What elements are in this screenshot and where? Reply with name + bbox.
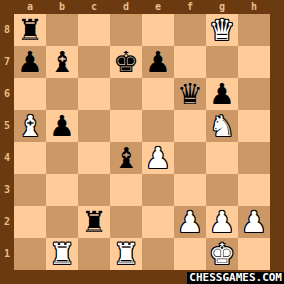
black-king-d7: ♚ xyxy=(113,46,139,78)
square-h6[interactable] xyxy=(238,78,270,110)
square-c7[interactable] xyxy=(78,46,110,78)
chess-board: ♜♛♟♝♚♟♛♟♝♟♞♝♟♜♟♟♟♜♜♚ xyxy=(14,14,270,270)
square-h4[interactable] xyxy=(238,142,270,174)
white-pawn-g2: ♟ xyxy=(209,206,235,238)
black-pawn-a7: ♟ xyxy=(17,46,43,78)
square-g4[interactable] xyxy=(206,142,238,174)
square-d6[interactable] xyxy=(110,78,142,110)
square-a7[interactable]: ♟ xyxy=(14,46,46,78)
square-e6[interactable] xyxy=(142,78,174,110)
square-c8[interactable] xyxy=(78,14,110,46)
square-a1[interactable] xyxy=(14,238,46,270)
square-e2[interactable] xyxy=(142,206,174,238)
square-d1[interactable]: ♜ xyxy=(110,238,142,270)
square-a2[interactable] xyxy=(14,206,46,238)
square-c4[interactable] xyxy=(78,142,110,174)
square-b5[interactable]: ♟ xyxy=(46,110,78,142)
rank-label-7: 7 xyxy=(0,46,14,78)
square-a8[interactable]: ♜ xyxy=(14,14,46,46)
square-h8[interactable] xyxy=(238,14,270,46)
square-b8[interactable] xyxy=(46,14,78,46)
square-g6[interactable]: ♟ xyxy=(206,78,238,110)
square-g3[interactable] xyxy=(206,174,238,206)
square-d5[interactable] xyxy=(110,110,142,142)
square-d2[interactable] xyxy=(110,206,142,238)
square-c1[interactable] xyxy=(78,238,110,270)
square-b3[interactable] xyxy=(46,174,78,206)
square-d8[interactable] xyxy=(110,14,142,46)
white-queen-g8: ♛ xyxy=(209,14,235,46)
square-f5[interactable] xyxy=(174,110,206,142)
square-h5[interactable] xyxy=(238,110,270,142)
square-g7[interactable] xyxy=(206,46,238,78)
square-e7[interactable]: ♟ xyxy=(142,46,174,78)
square-d7[interactable]: ♚ xyxy=(110,46,142,78)
black-bishop-d4: ♝ xyxy=(113,142,139,174)
square-a4[interactable] xyxy=(14,142,46,174)
white-knight-g5: ♞ xyxy=(209,110,235,142)
square-c3[interactable] xyxy=(78,174,110,206)
square-f2[interactable]: ♟ xyxy=(174,206,206,238)
square-f4[interactable] xyxy=(174,142,206,174)
square-d4[interactable]: ♝ xyxy=(110,142,142,174)
white-rook-b1: ♜ xyxy=(49,238,75,270)
square-g1[interactable]: ♚ xyxy=(206,238,238,270)
square-g8[interactable]: ♛ xyxy=(206,14,238,46)
square-c6[interactable] xyxy=(78,78,110,110)
square-h1[interactable] xyxy=(238,238,270,270)
square-h3[interactable] xyxy=(238,174,270,206)
file-label-c: c xyxy=(78,0,110,14)
white-pawn-f2: ♟ xyxy=(177,206,203,238)
file-labels: abcdefgh xyxy=(14,0,270,14)
square-d3[interactable] xyxy=(110,174,142,206)
square-a5[interactable]: ♝ xyxy=(14,110,46,142)
rank-label-1: 1 xyxy=(0,238,14,270)
square-f6[interactable]: ♛ xyxy=(174,78,206,110)
square-h2[interactable]: ♟ xyxy=(238,206,270,238)
rank-label-6: 6 xyxy=(0,78,14,110)
square-e3[interactable] xyxy=(142,174,174,206)
black-pawn-b5: ♟ xyxy=(49,110,75,142)
square-b6[interactable] xyxy=(46,78,78,110)
black-pawn-g6: ♟ xyxy=(209,78,235,110)
black-bishop-b7: ♝ xyxy=(49,46,75,78)
rank-label-3: 3 xyxy=(0,174,14,206)
square-e8[interactable] xyxy=(142,14,174,46)
square-e4[interactable]: ♟ xyxy=(142,142,174,174)
rank-label-5: 5 xyxy=(0,110,14,142)
file-label-h: h xyxy=(238,0,270,14)
square-b4[interactable] xyxy=(46,142,78,174)
square-f7[interactable] xyxy=(174,46,206,78)
square-e1[interactable] xyxy=(142,238,174,270)
square-e5[interactable] xyxy=(142,110,174,142)
file-label-d: d xyxy=(110,0,142,14)
square-g2[interactable]: ♟ xyxy=(206,206,238,238)
white-pawn-e4: ♟ xyxy=(145,142,171,174)
rank-label-8: 8 xyxy=(0,14,14,46)
file-label-f: f xyxy=(174,0,206,14)
black-queen-f6: ♛ xyxy=(177,78,203,110)
square-g5[interactable]: ♞ xyxy=(206,110,238,142)
black-rook-a8: ♜ xyxy=(17,14,43,46)
square-f8[interactable] xyxy=(174,14,206,46)
square-b2[interactable] xyxy=(46,206,78,238)
file-label-b: b xyxy=(46,0,78,14)
square-a3[interactable] xyxy=(14,174,46,206)
white-king-g1: ♚ xyxy=(209,238,235,270)
rank-labels: 87654321 xyxy=(0,14,14,270)
chessgames-watermark: CHESSGAMES.COM xyxy=(187,272,284,284)
square-b1[interactable]: ♜ xyxy=(46,238,78,270)
rank-label-4: 4 xyxy=(0,142,14,174)
square-a6[interactable] xyxy=(14,78,46,110)
file-label-e: e xyxy=(142,0,174,14)
black-pawn-e7: ♟ xyxy=(145,46,171,78)
file-label-a: a xyxy=(14,0,46,14)
file-label-g: g xyxy=(206,0,238,14)
white-bishop-a5: ♝ xyxy=(17,110,43,142)
chess-diagram: abcdefgh 87654321 ♜♛♟♝♚♟♛♟♝♟♞♝♟♜♟♟♟♜♜♚ C… xyxy=(0,0,284,284)
square-b7[interactable]: ♝ xyxy=(46,46,78,78)
rank-label-2: 2 xyxy=(0,206,14,238)
square-f3[interactable] xyxy=(174,174,206,206)
square-c2[interactable]: ♜ xyxy=(78,206,110,238)
white-rook-d1: ♜ xyxy=(113,238,139,270)
square-h7[interactable] xyxy=(238,46,270,78)
black-rook-c2: ♜ xyxy=(81,206,107,238)
square-f1[interactable] xyxy=(174,238,206,270)
white-pawn-h2: ♟ xyxy=(241,206,267,238)
square-c5[interactable] xyxy=(78,110,110,142)
